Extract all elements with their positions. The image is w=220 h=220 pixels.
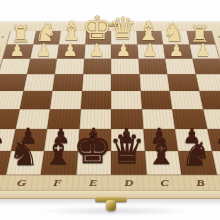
black-rook[interactable]: ♜ xyxy=(0,140,5,170)
file-label: F xyxy=(39,177,76,188)
file-label: E xyxy=(75,177,111,188)
board-square[interactable] xyxy=(83,59,111,74)
file-label: G xyxy=(3,177,41,188)
board-square[interactable] xyxy=(111,91,142,109)
white-pawn[interactable]: ♟ xyxy=(168,42,185,59)
board-square[interactable] xyxy=(111,59,139,74)
black-knight[interactable]: ♞ xyxy=(179,136,213,170)
chess-set-photo: HGFEDCBA1122334455667788 ♜♞♝♛♚♝♞♜♟♟♟♟♟♟♟… xyxy=(0,0,220,220)
board-square[interactable] xyxy=(0,59,30,74)
white-pawn[interactable]: ♟ xyxy=(141,42,158,59)
file-label: B xyxy=(182,177,220,188)
board-square[interactable] xyxy=(111,74,140,91)
white-pawn[interactable]: ♟ xyxy=(88,42,105,59)
board-square[interactable] xyxy=(199,91,220,109)
board-square[interactable] xyxy=(165,59,195,74)
board-square[interactable] xyxy=(55,59,84,74)
board-square[interactable] xyxy=(138,59,167,74)
black-bishop[interactable]: ♝ xyxy=(41,134,77,170)
rank-label-left: 1 xyxy=(0,35,8,40)
black-bishop[interactable]: ♝ xyxy=(144,134,180,170)
board-square[interactable] xyxy=(192,59,220,74)
latch-knob xyxy=(106,200,116,211)
board-square[interactable] xyxy=(167,74,199,91)
black-rook[interactable]: ♜ xyxy=(215,140,220,170)
file-label: D xyxy=(111,177,147,188)
file-label: C xyxy=(146,177,183,188)
white-pawn[interactable]: ♟ xyxy=(115,42,132,59)
board-square[interactable] xyxy=(19,91,52,109)
board-square[interactable] xyxy=(50,91,82,109)
board-square[interactable] xyxy=(82,74,111,91)
brass-latch-icon xyxy=(95,195,127,213)
board-square[interactable] xyxy=(80,91,111,109)
black-knight[interactable]: ♞ xyxy=(7,136,41,170)
board-square[interactable] xyxy=(52,74,82,91)
board-square[interactable] xyxy=(23,74,55,91)
rank-label-right: 2 xyxy=(218,49,220,54)
black-king[interactable]: ♚ xyxy=(71,126,115,170)
white-pawn[interactable]: ♟ xyxy=(62,42,79,59)
board-square[interactable] xyxy=(139,74,169,91)
board-square[interactable] xyxy=(170,91,203,109)
white-pawn[interactable]: ♟ xyxy=(9,42,26,59)
white-pawn[interactable]: ♟ xyxy=(35,42,52,59)
board-square[interactable] xyxy=(140,91,172,109)
board-square[interactable] xyxy=(27,59,57,74)
rank-label-right: 1 xyxy=(214,35,220,40)
board-square[interactable] xyxy=(195,74,220,91)
white-pawn[interactable]: ♟ xyxy=(194,42,211,59)
